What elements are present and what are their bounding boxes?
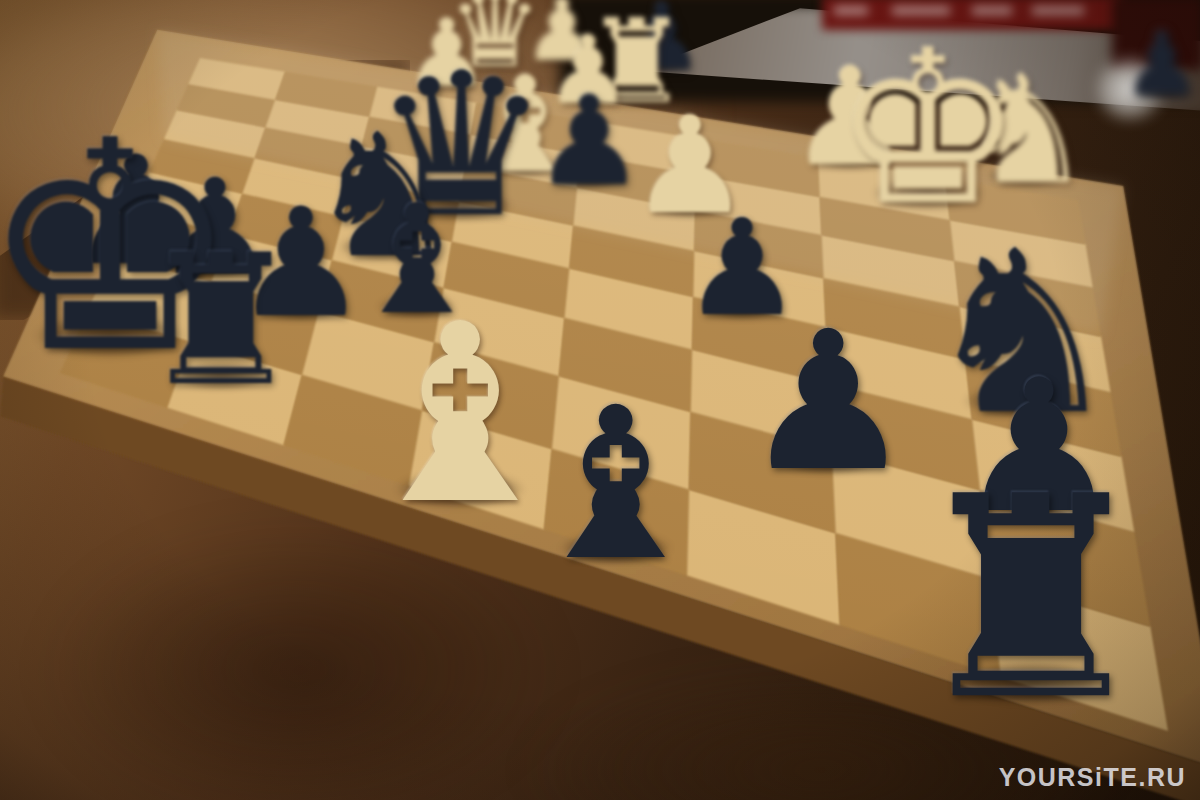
piece-black-pawn-d7: ♟ [742, 306, 914, 498]
piece-black-rook-g8: ♜ [140, 231, 301, 411]
captured-black-pawn: ♟ [1123, 21, 1200, 109]
watermark: YOURSiTE.RU [999, 763, 1186, 792]
photo-canvas: ♚♜♜♝♝♟♟♟♝♞♛♟♟♟♞♟♟♟♚♞♝♟♛♟♟♜♟♟ YOURSiTE.RU [0, 0, 1200, 800]
piece-black-rook-a8: ♜ [906, 460, 1155, 738]
pieces-layer: ♚♜♜♝♝♟♟♟♝♞♛♟♟♟♞♟♟♟♚♞♝♟♛♟♟♜♟♟ [0, 0, 1200, 800]
piece-black-pawn-e2: ♟ [533, 79, 644, 203]
piece-black-bishop-c8: ♝ [522, 380, 710, 590]
